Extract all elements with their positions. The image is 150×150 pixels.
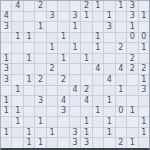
clue-cell[interactable]: 3 bbox=[127, 1, 137, 11]
clue-cell[interactable]: 4 bbox=[58, 96, 68, 106]
grid-cell[interactable] bbox=[47, 138, 57, 148]
clue-cell[interactable]: 1 bbox=[70, 43, 80, 53]
clue-cell[interactable]: 3 bbox=[1, 64, 11, 74]
clue-cell[interactable]: 1 bbox=[104, 117, 114, 127]
grid-cell[interactable] bbox=[58, 128, 68, 138]
grid-cell[interactable] bbox=[58, 22, 68, 32]
grid-cell[interactable] bbox=[24, 117, 34, 127]
grid-cell[interactable] bbox=[93, 12, 103, 22]
clue-cell[interactable]: 1 bbox=[24, 128, 34, 138]
grid-cell[interactable] bbox=[93, 75, 103, 85]
grid-cell[interactable] bbox=[104, 33, 114, 43]
clue-cell[interactable]: 1 bbox=[1, 128, 11, 138]
grid-cell[interactable] bbox=[12, 43, 22, 53]
grid-cell[interactable] bbox=[104, 64, 114, 74]
clue-cell[interactable]: 3 bbox=[47, 12, 57, 22]
clue-cell[interactable]: 1 bbox=[58, 33, 68, 43]
grid-cell[interactable] bbox=[104, 54, 114, 64]
grid-cell[interactable] bbox=[93, 86, 103, 96]
clue-cell[interactable]: 1 bbox=[93, 33, 103, 43]
grid-cell[interactable] bbox=[139, 1, 149, 11]
grid-cell[interactable] bbox=[58, 12, 68, 22]
grid-cell[interactable] bbox=[47, 86, 57, 96]
grid-cell[interactable] bbox=[139, 22, 149, 32]
grid-cell[interactable] bbox=[116, 117, 126, 127]
clue-cell[interactable]: 1 bbox=[12, 86, 22, 96]
clue-cell[interactable]: 1 bbox=[139, 43, 149, 53]
clue-cell[interactable]: 1 bbox=[12, 33, 22, 43]
clue-cell[interactable]: 3 bbox=[58, 107, 68, 117]
grid-cell[interactable] bbox=[81, 107, 91, 117]
clue-cell[interactable]: 2 bbox=[47, 64, 57, 74]
clue-cell[interactable]: 3 bbox=[70, 128, 80, 138]
grid-cell[interactable] bbox=[1, 1, 11, 11]
grid-cell[interactable] bbox=[70, 107, 80, 117]
grid-cell[interactable] bbox=[81, 33, 91, 43]
clue-cell[interactable]: 4 bbox=[1, 12, 11, 22]
clue-cell[interactable]: 2 bbox=[58, 75, 68, 85]
grid-cell[interactable] bbox=[1, 117, 11, 127]
clue-cell[interactable]: 2 bbox=[127, 54, 137, 64]
clue-cell[interactable]: 1 bbox=[12, 107, 22, 117]
grid-cell[interactable] bbox=[93, 96, 103, 106]
clue-cell[interactable]: 1 bbox=[81, 54, 91, 64]
clue-cell[interactable]: 3 bbox=[1, 75, 11, 85]
clue-cell[interactable]: 1 bbox=[104, 12, 114, 22]
grid-cell[interactable] bbox=[139, 138, 149, 148]
grid-cell[interactable] bbox=[24, 107, 34, 117]
clue-cell[interactable]: 1 bbox=[24, 138, 34, 148]
clue-cell[interactable]: 3 bbox=[104, 22, 114, 32]
grid-cell[interactable] bbox=[1, 138, 11, 148]
grid-cell[interactable] bbox=[70, 64, 80, 74]
clue-cell[interactable]: 2 bbox=[139, 64, 149, 74]
clue-cell[interactable]: 4 bbox=[116, 64, 126, 74]
clue-cell[interactable]: 0 bbox=[127, 33, 137, 43]
clue-cell[interactable]: 3 bbox=[139, 86, 149, 96]
clue-cell[interactable]: 1 bbox=[81, 128, 91, 138]
grid-cell[interactable] bbox=[24, 43, 34, 53]
grid-cell[interactable] bbox=[93, 22, 103, 32]
grid-cell[interactable] bbox=[81, 64, 91, 74]
grid-cell[interactable] bbox=[47, 1, 57, 11]
grid-cell[interactable] bbox=[93, 138, 103, 148]
grid-cell[interactable] bbox=[47, 117, 57, 127]
grid-cell[interactable] bbox=[104, 86, 114, 96]
grid-cell[interactable] bbox=[24, 12, 34, 22]
clue-cell[interactable]: 1 bbox=[12, 117, 22, 127]
grid-cell[interactable] bbox=[47, 22, 57, 32]
grid-cell[interactable] bbox=[104, 138, 114, 148]
grid-cell[interactable] bbox=[81, 75, 91, 85]
grid-cell[interactable] bbox=[127, 86, 137, 96]
clue-cell[interactable]: 3 bbox=[81, 138, 91, 148]
clue-cell[interactable]: 3 bbox=[127, 12, 137, 22]
grid-cell[interactable] bbox=[139, 107, 149, 117]
grid-cell[interactable] bbox=[12, 22, 22, 32]
grid-cell[interactable] bbox=[116, 22, 126, 32]
grid-cell[interactable] bbox=[12, 96, 22, 106]
clue-cell[interactable]: 1 bbox=[139, 75, 149, 85]
grid-cell[interactable] bbox=[70, 54, 80, 64]
grid-cell[interactable] bbox=[116, 54, 126, 64]
clue-cell[interactable]: 1 bbox=[127, 107, 137, 117]
grid-cell[interactable] bbox=[58, 86, 68, 96]
clue-cell[interactable]: 1 bbox=[24, 75, 34, 85]
grid-cell[interactable] bbox=[35, 107, 45, 117]
grid-cell[interactable] bbox=[58, 43, 68, 53]
grid-cell[interactable] bbox=[12, 54, 22, 64]
clue-cell[interactable]: 1 bbox=[47, 128, 57, 138]
grid-cell[interactable] bbox=[81, 43, 91, 53]
clue-cell[interactable]: 2 bbox=[116, 138, 126, 148]
grid-cell[interactable] bbox=[127, 43, 137, 53]
grid-cell[interactable] bbox=[35, 54, 45, 64]
clue-cell[interactable]: 1 bbox=[70, 22, 80, 32]
grid-cell[interactable] bbox=[127, 75, 137, 85]
grid-cell[interactable] bbox=[35, 12, 45, 22]
grid-cell[interactable] bbox=[24, 86, 34, 96]
grid-cell[interactable] bbox=[70, 33, 80, 43]
clue-cell[interactable]: 1 bbox=[24, 54, 34, 64]
clue-cell[interactable]: 1 bbox=[116, 86, 126, 96]
clue-cell[interactable]: 1 bbox=[81, 117, 91, 127]
grid-cell[interactable] bbox=[116, 75, 126, 85]
clue-cell[interactable]: 1 bbox=[1, 107, 11, 117]
grid-cell[interactable] bbox=[1, 33, 11, 43]
grid-cell[interactable] bbox=[116, 96, 126, 106]
grid-cell[interactable] bbox=[35, 86, 45, 96]
grid-cell[interactable] bbox=[58, 64, 68, 74]
clue-cell[interactable]: 3 bbox=[70, 12, 80, 22]
clue-cell[interactable]: 2 bbox=[127, 64, 137, 74]
grid-cell[interactable] bbox=[35, 128, 45, 138]
clue-cell[interactable]: 0 bbox=[116, 107, 126, 117]
grid-cell[interactable] bbox=[12, 75, 22, 85]
clue-cell[interactable]: 1 bbox=[35, 138, 45, 148]
grid-cell[interactable] bbox=[70, 117, 80, 127]
clue-cell[interactable]: 3 bbox=[35, 96, 45, 106]
clue-cell[interactable]: 1 bbox=[127, 138, 137, 148]
grid-cell[interactable] bbox=[47, 96, 57, 106]
clue-cell[interactable]: 1 bbox=[1, 54, 11, 64]
grid-cell[interactable] bbox=[24, 96, 34, 106]
grid-cell[interactable] bbox=[116, 128, 126, 138]
grid-cell[interactable] bbox=[139, 54, 149, 64]
grid-cell[interactable] bbox=[24, 22, 34, 32]
clue-cell[interactable]: 1 bbox=[93, 107, 103, 117]
grid-cell[interactable] bbox=[104, 43, 114, 53]
grid-cell[interactable] bbox=[12, 12, 22, 22]
grid-cell[interactable] bbox=[24, 1, 34, 11]
grid-cell[interactable] bbox=[70, 1, 80, 11]
grid-cell[interactable] bbox=[35, 33, 45, 43]
clue-cell[interactable]: 1 bbox=[104, 96, 114, 106]
clue-cell[interactable]: 3 bbox=[1, 22, 11, 32]
grid-cell[interactable] bbox=[47, 33, 57, 43]
puzzle-board: 4221134331131311311111001112111112324422… bbox=[1, 1, 149, 148]
grid-cell[interactable] bbox=[24, 64, 34, 74]
grid-cell[interactable] bbox=[116, 12, 126, 22]
clue-cell[interactable]: 1 bbox=[104, 128, 114, 138]
grid-cell[interactable] bbox=[127, 117, 137, 127]
grid-cell[interactable] bbox=[58, 117, 68, 127]
clue-cell[interactable]: 1 bbox=[47, 43, 57, 53]
grid-cell[interactable] bbox=[104, 107, 114, 117]
clue-cell[interactable]: 4 bbox=[70, 86, 80, 96]
clue-cell[interactable]: 1 bbox=[24, 33, 34, 43]
clue-cell[interactable]: 1 bbox=[139, 117, 149, 127]
grid-cell[interactable] bbox=[47, 54, 57, 64]
grid-cell[interactable] bbox=[139, 96, 149, 106]
grid-cell[interactable] bbox=[104, 1, 114, 11]
grid-cell[interactable] bbox=[47, 107, 57, 117]
grid-cell[interactable] bbox=[35, 43, 45, 53]
grid-cell[interactable] bbox=[127, 96, 137, 106]
grid-cell[interactable] bbox=[58, 1, 68, 11]
grid-cell[interactable] bbox=[93, 54, 103, 64]
clue-cell[interactable]: 1 bbox=[116, 1, 126, 11]
grid-cell[interactable] bbox=[70, 96, 80, 106]
clue-cell[interactable]: 2 bbox=[35, 1, 45, 11]
grid-cell[interactable] bbox=[12, 138, 22, 148]
clue-cell[interactable]: 1 bbox=[58, 54, 68, 64]
grid-cell[interactable] bbox=[127, 128, 137, 138]
clue-cell[interactable]: 4 bbox=[12, 1, 22, 11]
grid-cell[interactable] bbox=[81, 22, 91, 32]
clue-cell[interactable]: 1 bbox=[35, 117, 45, 127]
clue-cell[interactable]: 4 bbox=[93, 64, 103, 74]
grid-cell[interactable] bbox=[70, 75, 80, 85]
clue-cell[interactable]: 4 bbox=[81, 96, 91, 106]
grid-cell[interactable] bbox=[93, 128, 103, 138]
grid-cell[interactable] bbox=[12, 128, 22, 138]
clue-cell[interactable]: 2 bbox=[81, 86, 91, 96]
clue-cell[interactable]: 1 bbox=[35, 22, 45, 32]
clue-cell[interactable]: 0 bbox=[139, 33, 149, 43]
clue-cell[interactable]: 1 bbox=[93, 1, 103, 11]
grid-cell[interactable] bbox=[1, 43, 11, 53]
grid-cell[interactable] bbox=[35, 64, 45, 74]
clue-cell[interactable]: 1 bbox=[81, 12, 91, 22]
grid-cell[interactable] bbox=[12, 64, 22, 74]
clue-cell[interactable]: 1 bbox=[139, 128, 149, 138]
clue-cell[interactable]: 1 bbox=[93, 43, 103, 53]
clue-cell[interactable]: 4 bbox=[104, 75, 114, 85]
grid-cell[interactable] bbox=[93, 117, 103, 127]
clue-cell[interactable]: 2 bbox=[81, 1, 91, 11]
clue-cell[interactable]: 1 bbox=[1, 96, 11, 106]
clue-cell[interactable]: 1 bbox=[127, 22, 137, 32]
grid-cell[interactable] bbox=[1, 86, 11, 96]
grid-cell[interactable] bbox=[47, 75, 57, 85]
puzzle-board-frame: 4221134331131311311111001112111112324422… bbox=[0, 0, 150, 150]
clue-cell[interactable]: 2 bbox=[116, 43, 126, 53]
clue-cell[interactable]: 1 bbox=[139, 12, 149, 22]
grid-cell[interactable] bbox=[58, 138, 68, 148]
clue-cell[interactable]: 2 bbox=[35, 75, 45, 85]
clue-cell[interactable]: 3 bbox=[70, 138, 80, 148]
grid-cell[interactable] bbox=[116, 33, 126, 43]
